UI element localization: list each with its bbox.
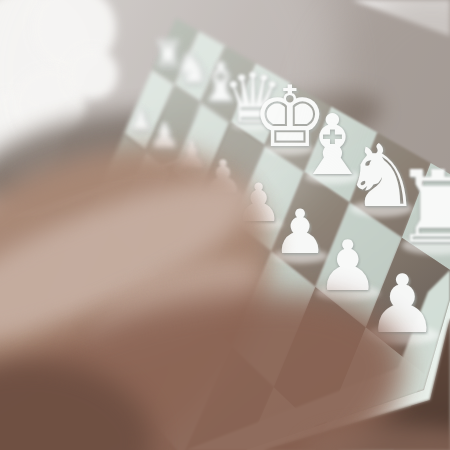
- white-rook-h1: ♜: [393, 149, 450, 266]
- photo-of-glass-chess-set: ♜♜♞♞♝♝♛♛♚♚♝♝♞♞♜♜♟♟♟♟♟♟♟♟♟♟♟♟♟♟♟♟: [0, 0, 450, 450]
- chess-photo-scene: ♜♜♞♞♝♝♛♛♚♚♝♝♞♞♜♜♟♟♟♟♟♟♟♟♟♟♟♟♟♟♟♟: [0, 0, 450, 450]
